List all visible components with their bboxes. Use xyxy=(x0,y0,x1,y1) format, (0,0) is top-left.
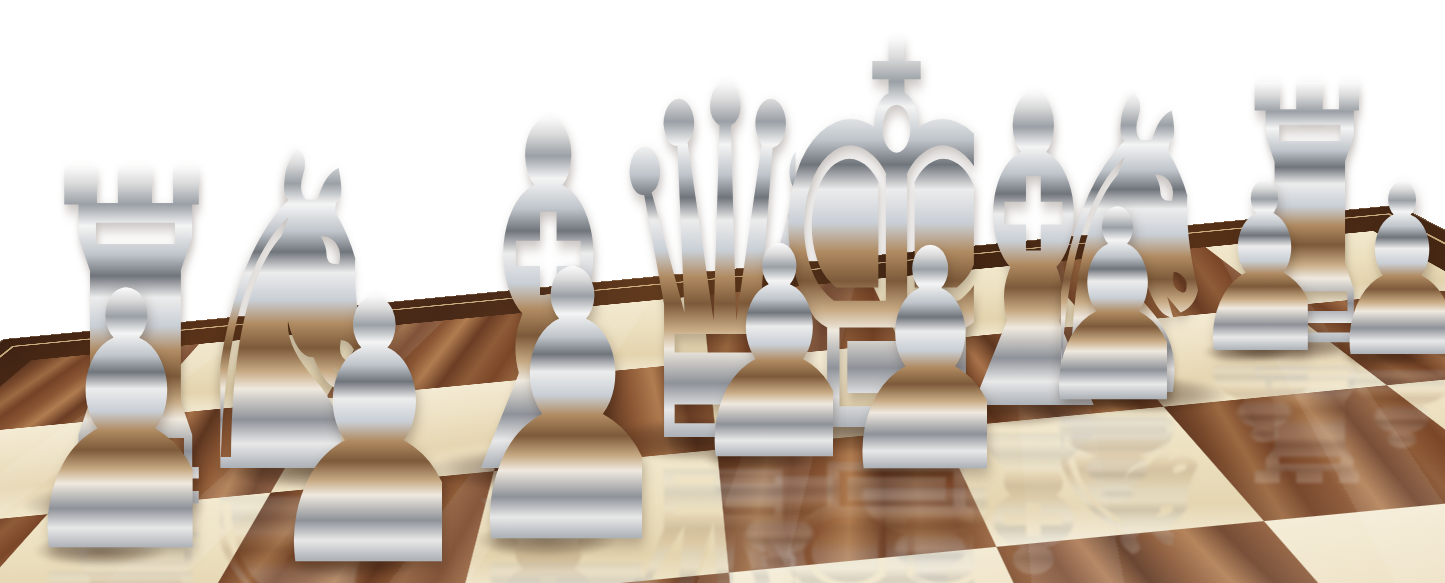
board-scene xyxy=(3,205,1445,583)
board-grid xyxy=(0,231,1445,583)
square-d6 xyxy=(461,450,728,583)
chess-board xyxy=(0,0,1445,339)
product-photo-stage: ♜♜♞♞♝♝♛♛♚♚♝♝♞♞♜♜♟♟♟♟♟♟♟♟♟♟♟♟♟♟♟♟ xyxy=(0,0,1445,583)
